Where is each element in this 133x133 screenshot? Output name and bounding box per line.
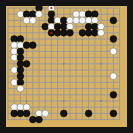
stone-black[interactable] (85, 29, 92, 36)
stone-black[interactable] (85, 110, 92, 117)
stone-white[interactable] (11, 104, 18, 111)
stone-black[interactable] (23, 11, 30, 18)
stone-white[interactable] (17, 42, 24, 49)
stone-black[interactable] (23, 110, 30, 117)
stone-white[interactable] (36, 11, 43, 18)
last-move-marker (50, 32, 52, 34)
stone-white[interactable] (98, 29, 105, 36)
stone-white[interactable] (48, 23, 55, 30)
goban-board[interactable] (6, 6, 127, 127)
star-point (26, 100, 28, 102)
stone-black[interactable] (110, 36, 117, 43)
stone-black[interactable] (17, 67, 24, 74)
star-point (63, 100, 65, 102)
stone-white[interactable] (23, 17, 30, 24)
stone-white[interactable] (23, 104, 30, 111)
stone-black[interactable] (60, 29, 67, 36)
stone-black[interactable] (91, 29, 98, 36)
stone-white[interactable] (29, 17, 36, 24)
stone-black[interactable] (23, 42, 30, 49)
stone-black[interactable] (29, 42, 36, 49)
stone-white[interactable] (54, 17, 61, 24)
star-point (100, 100, 102, 102)
stone-white[interactable] (98, 23, 105, 30)
stone-black[interactable] (67, 29, 74, 36)
stone-white[interactable] (17, 11, 24, 18)
stone-black[interactable] (17, 36, 24, 43)
stone-black[interactable] (11, 110, 18, 117)
stone-black[interactable] (17, 110, 24, 117)
stone-white[interactable] (17, 85, 24, 92)
stone-black[interactable] (11, 36, 18, 43)
stone-black[interactable] (48, 11, 55, 18)
stone-white[interactable] (85, 17, 92, 24)
stone-white[interactable] (42, 110, 49, 117)
stone-white[interactable] (91, 17, 98, 24)
stone-black[interactable] (60, 23, 67, 30)
stone-black[interactable] (79, 29, 86, 36)
stone-black[interactable] (91, 23, 98, 30)
stone-white[interactable] (79, 17, 86, 24)
stone-white[interactable] (73, 17, 80, 24)
stone-black[interactable] (60, 17, 67, 24)
star-point (26, 26, 28, 28)
stone-black[interactable] (110, 17, 117, 24)
stone-white[interactable] (36, 110, 43, 117)
stone-white[interactable] (11, 48, 18, 55)
stone-black[interactable] (36, 116, 43, 123)
stone-black[interactable] (17, 60, 24, 67)
stone-black[interactable] (48, 17, 55, 24)
stone-white[interactable] (110, 48, 117, 55)
stone-black[interactable] (17, 54, 24, 61)
stone-white[interactable] (73, 11, 80, 18)
stone-black[interactable] (17, 73, 24, 80)
stone-white[interactable] (11, 54, 18, 61)
last-move-marker (50, 7, 52, 9)
stone-white[interactable] (110, 73, 117, 80)
stone-white[interactable] (79, 11, 86, 18)
stone-black[interactable] (85, 11, 92, 18)
stone-black[interactable] (23, 60, 30, 67)
stone-black[interactable] (29, 11, 36, 18)
stone-black[interactable] (110, 110, 117, 117)
star-point (100, 63, 102, 65)
stone-white[interactable] (17, 104, 24, 111)
stone-white[interactable] (67, 17, 74, 24)
stone-black[interactable] (54, 23, 61, 30)
stone-white[interactable] (67, 23, 74, 30)
stone-white[interactable] (11, 67, 18, 74)
stone-white[interactable] (11, 79, 18, 86)
stone-black[interactable] (91, 11, 98, 18)
stone-white[interactable] (11, 42, 18, 49)
board-grid[interactable] (6, 6, 127, 127)
stone-black[interactable] (42, 23, 49, 30)
stone-black[interactable] (60, 110, 67, 117)
goban-frame (0, 0, 133, 133)
stone-black[interactable] (29, 116, 36, 123)
stone-black[interactable] (54, 29, 61, 36)
stone-black[interactable] (110, 91, 117, 98)
star-point (63, 63, 65, 65)
stone-black[interactable] (85, 23, 92, 30)
stone-black[interactable] (17, 48, 24, 55)
stone-black[interactable] (17, 79, 24, 86)
